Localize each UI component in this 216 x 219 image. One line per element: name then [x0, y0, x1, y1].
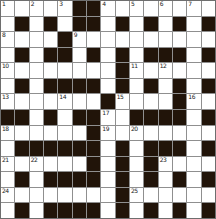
cell-r11c8[interactable] — [101, 157, 114, 172]
cell-r7c12[interactable] — [159, 94, 172, 109]
cell-r12c14[interactable] — [187, 172, 200, 187]
cell-r6c3[interactable] — [30, 79, 43, 94]
cell-r11c2[interactable] — [15, 157, 28, 172]
cell-r5c6[interactable] — [73, 63, 86, 78]
clue-number: 23 — [160, 157, 167, 163]
cell-r3c14[interactable] — [187, 32, 200, 47]
black-cell-r2c7 — [87, 17, 100, 32]
cell-r1c4[interactable] — [44, 1, 57, 16]
black-cell-r1c6 — [73, 1, 86, 16]
cell-r1c14[interactable]: 7 — [187, 1, 200, 16]
cell-r12c12[interactable] — [159, 172, 172, 187]
cell-r1c5[interactable]: 3 — [58, 1, 71, 16]
cell-r5c7[interactable] — [87, 63, 100, 78]
cell-r1c8[interactable]: 4 — [101, 1, 114, 16]
cell-r3c7[interactable] — [87, 32, 100, 47]
black-cell-r6c13 — [173, 79, 186, 94]
cell-r11c3[interactable]: 22 — [30, 157, 43, 172]
black-cell-r4c5 — [58, 48, 71, 63]
black-cell-r8c7 — [87, 110, 100, 125]
black-cell-r14c13 — [173, 203, 186, 218]
cell-r10c8[interactable] — [101, 141, 114, 156]
black-cell-r4c9 — [116, 48, 129, 63]
black-cell-r6c7 — [87, 79, 100, 94]
cell-r5c13[interactable] — [173, 63, 186, 78]
black-cell-r4c7 — [87, 48, 100, 63]
clue-number: 6 — [160, 1, 163, 7]
black-cell-r11c7 — [87, 157, 100, 172]
black-cell-r6c15 — [202, 79, 215, 94]
cell-r12c3[interactable] — [30, 172, 43, 187]
clue-number: 17 — [102, 110, 109, 116]
cell-r1c3[interactable]: 2 — [30, 1, 43, 16]
cell-r13c2[interactable] — [15, 188, 28, 203]
cell-r3c1[interactable]: 8 — [1, 32, 14, 47]
cell-r7c1[interactable]: 13 — [1, 94, 14, 109]
cell-r11c13[interactable] — [173, 157, 186, 172]
cell-r1c9[interactable] — [116, 1, 129, 16]
cell-r5c12[interactable]: 12 — [159, 63, 172, 78]
cell-r3c12[interactable] — [159, 32, 172, 47]
black-cell-r10c15 — [202, 141, 215, 156]
black-cell-r4c2 — [15, 48, 28, 63]
black-cell-r2c4 — [44, 17, 57, 32]
clue-number: 20 — [131, 126, 138, 132]
cell-r13c8[interactable] — [101, 188, 114, 203]
cell-r11c15[interactable] — [202, 157, 215, 172]
cell-r3c13[interactable] — [173, 32, 186, 47]
cell-r11c4[interactable] — [44, 157, 57, 172]
clue-number: 15 — [117, 94, 124, 100]
black-cell-r14c6 — [73, 203, 86, 218]
clue-number: 14 — [59, 94, 66, 100]
cell-r7c5[interactable]: 14 — [58, 94, 71, 109]
cell-r9c6[interactable] — [73, 126, 86, 141]
crossword-page: 1234567891011121314151617181920212223242… — [0, 0, 216, 219]
black-cell-r11c11 — [144, 157, 157, 172]
cell-r6c1[interactable] — [1, 79, 14, 94]
cell-r8c3[interactable] — [30, 110, 43, 125]
cell-r7c7[interactable] — [87, 94, 100, 109]
cell-r5c4[interactable] — [44, 63, 57, 78]
cell-r4c1[interactable] — [1, 48, 14, 63]
black-cell-r3c5 — [58, 32, 71, 47]
black-cell-r10c9 — [116, 141, 129, 156]
black-cell-r10c13 — [173, 141, 186, 156]
black-cell-r14c15 — [202, 203, 215, 218]
clue-number: 19 — [102, 126, 109, 132]
black-cell-r12c13 — [173, 172, 186, 187]
clue-number: 22 — [31, 157, 38, 163]
black-cell-r12c6 — [73, 172, 86, 187]
cell-r14c3[interactable] — [30, 203, 43, 218]
clue-number: 11 — [131, 63, 138, 69]
cell-r4c10[interactable] — [130, 48, 143, 63]
cell-r9c3[interactable] — [30, 126, 43, 141]
cell-r2c14[interactable] — [187, 17, 200, 32]
black-cell-r2c11 — [144, 17, 157, 32]
cell-r13c15[interactable] — [202, 188, 215, 203]
cell-r6c12[interactable] — [159, 79, 172, 94]
cell-r5c11[interactable] — [144, 63, 157, 78]
cell-r7c14[interactable]: 16 — [187, 94, 200, 109]
black-cell-r8c2 — [15, 110, 28, 125]
black-cell-r14c7 — [87, 203, 100, 218]
cell-r1c2[interactable] — [15, 1, 28, 16]
cell-r14c8[interactable] — [101, 203, 114, 218]
cell-r9c11[interactable] — [144, 126, 157, 141]
cell-r5c14[interactable] — [187, 63, 200, 78]
cell-r8c14[interactable] — [187, 110, 200, 125]
black-cell-r10c2 — [15, 141, 28, 156]
black-cell-r8c6 — [73, 110, 86, 125]
black-cell-r8c11 — [144, 110, 157, 125]
cell-r1c10[interactable]: 5 — [130, 1, 143, 16]
cell-r5c2[interactable] — [15, 63, 28, 78]
black-cell-r5c9 — [116, 63, 129, 78]
cell-r4c3[interactable] — [30, 48, 43, 63]
cell-r13c5[interactable] — [58, 188, 71, 203]
clue-number: 16 — [188, 94, 195, 100]
clue-number: 4 — [102, 1, 105, 7]
cell-r6c14[interactable] — [187, 79, 200, 94]
cell-r14c12[interactable] — [159, 203, 172, 218]
cell-r12c1[interactable] — [1, 172, 14, 187]
clue-number: 10 — [2, 63, 9, 69]
clue-number: 21 — [2, 157, 9, 163]
cell-r3c3[interactable] — [30, 32, 43, 47]
black-cell-r14c2 — [15, 203, 28, 218]
black-cell-r10c12 — [159, 141, 172, 156]
black-cell-r4c15 — [202, 48, 215, 63]
cell-r13c11[interactable] — [144, 188, 157, 203]
cell-r13c4[interactable] — [44, 188, 57, 203]
black-cell-r2c2 — [15, 17, 28, 32]
cell-r5c1[interactable]: 10 — [1, 63, 14, 78]
black-cell-r7c8 — [101, 94, 114, 109]
cell-r13c10[interactable]: 25 — [130, 188, 143, 203]
cell-r7c6[interactable] — [73, 94, 86, 109]
cell-r7c9[interactable]: 15 — [116, 94, 129, 109]
cell-r9c12[interactable] — [159, 126, 172, 141]
cell-r1c13[interactable] — [173, 1, 186, 16]
black-cell-r14c5 — [58, 203, 71, 218]
black-cell-r9c7 — [87, 126, 100, 141]
black-cell-r8c4 — [44, 110, 57, 125]
cell-r6c8[interactable] — [101, 79, 114, 94]
cell-r1c11[interactable] — [144, 1, 157, 16]
cell-r11c1[interactable]: 21 — [1, 157, 14, 172]
cell-r11c5[interactable] — [58, 157, 71, 172]
black-cell-r13c9 — [116, 188, 129, 203]
cell-r7c11[interactable] — [144, 94, 157, 109]
cell-r2c8[interactable] — [101, 17, 114, 32]
cell-r10c1[interactable] — [1, 141, 14, 156]
black-cell-r6c5 — [58, 79, 71, 94]
black-cell-r12c9 — [116, 172, 129, 187]
clue-number: 24 — [2, 188, 9, 194]
black-cell-r12c7 — [87, 172, 100, 187]
black-cell-r6c11 — [144, 79, 157, 94]
cell-r2c12[interactable] — [159, 17, 172, 32]
black-cell-r14c4 — [44, 203, 57, 218]
clue-number: 1 — [2, 1, 5, 7]
clue-number: 9 — [74, 32, 77, 38]
black-cell-r4c12 — [159, 48, 172, 63]
black-cell-r6c4 — [44, 79, 57, 94]
black-cell-r4c4 — [44, 48, 57, 63]
cell-r11c6[interactable] — [73, 157, 86, 172]
cell-r13c6[interactable] — [73, 188, 86, 203]
black-cell-r6c6 — [73, 79, 86, 94]
black-cell-r6c2 — [15, 79, 28, 94]
black-cell-r10c7 — [87, 141, 100, 156]
black-cell-r12c5 — [58, 172, 71, 187]
cell-r13c7[interactable] — [87, 188, 100, 203]
cell-r9c15[interactable] — [202, 126, 215, 141]
black-cell-r8c12 — [159, 110, 172, 125]
cell-r9c4[interactable] — [44, 126, 57, 141]
cell-r14c10[interactable] — [130, 203, 143, 218]
black-cell-r8c10 — [130, 110, 143, 125]
black-cell-r12c4 — [44, 172, 57, 187]
clue-number: 8 — [2, 32, 5, 38]
black-cell-r2c15 — [202, 17, 215, 32]
cell-r2c3[interactable] — [30, 17, 43, 32]
black-cell-r2c6 — [73, 17, 86, 32]
black-cell-r8c13 — [173, 110, 186, 125]
clue-number: 7 — [188, 1, 191, 7]
cell-r9c14[interactable] — [187, 126, 200, 141]
cell-r14c14[interactable] — [187, 203, 200, 218]
black-cell-r10c6 — [73, 141, 86, 156]
black-cell-r14c9 — [116, 203, 129, 218]
black-cell-r10c3 — [30, 141, 43, 156]
cell-r5c8[interactable] — [101, 63, 114, 78]
cell-r3c10[interactable] — [130, 32, 143, 47]
black-cell-r2c9 — [116, 17, 129, 32]
clue-number: 3 — [59, 1, 62, 7]
cell-r9c8[interactable]: 19 — [101, 126, 114, 141]
clue-number: 18 — [2, 126, 9, 132]
cell-r1c15[interactable] — [202, 1, 215, 16]
cell-r3c9[interactable] — [116, 32, 129, 47]
cell-r3c8[interactable] — [101, 32, 114, 47]
cell-r14c1[interactable] — [1, 203, 14, 218]
black-cell-r12c11 — [144, 172, 157, 187]
cell-r13c12[interactable] — [159, 188, 172, 203]
cell-r7c2[interactable] — [15, 94, 28, 109]
cell-r8c9[interactable] — [116, 110, 129, 125]
black-cell-r12c2 — [15, 172, 28, 187]
cell-r3c2[interactable] — [15, 32, 28, 47]
black-cell-r12c15 — [202, 172, 215, 187]
black-cell-r4c11 — [144, 48, 157, 63]
cell-r10c10[interactable] — [130, 141, 143, 156]
black-cell-r4c13 — [173, 48, 186, 63]
cell-r3c11[interactable] — [144, 32, 157, 47]
cell-r8c5[interactable] — [58, 110, 71, 125]
cell-r11c12[interactable]: 23 — [159, 157, 172, 172]
cell-r2c10[interactable] — [130, 17, 143, 32]
cell-r2c1[interactable] — [1, 17, 14, 32]
cell-r4c6[interactable] — [73, 48, 86, 63]
clue-number: 2 — [31, 1, 34, 7]
black-cell-r1c7 — [87, 1, 100, 16]
cell-r1c1[interactable]: 1 — [1, 1, 14, 16]
clue-number: 25 — [131, 188, 138, 194]
cell-r9c9[interactable] — [116, 126, 129, 141]
cell-r13c14[interactable] — [187, 188, 200, 203]
cell-r9c1[interactable]: 18 — [1, 126, 14, 141]
black-cell-r14c11 — [144, 203, 157, 218]
cell-r9c5[interactable] — [58, 126, 71, 141]
black-cell-r10c5 — [58, 141, 71, 156]
cell-r6c10[interactable] — [130, 79, 143, 94]
black-cell-r11c9 — [116, 157, 129, 172]
cell-r9c13[interactable] — [173, 126, 186, 141]
cell-r5c5[interactable] — [58, 63, 71, 78]
cell-r12c8[interactable] — [101, 172, 114, 187]
cell-r11c14[interactable] — [187, 157, 200, 172]
black-cell-r2c13 — [173, 17, 186, 32]
black-cell-r6c9 — [116, 79, 129, 94]
cell-r5c10[interactable]: 11 — [130, 63, 143, 78]
cell-r3c4[interactable] — [44, 32, 57, 47]
black-cell-r10c4 — [44, 141, 57, 156]
black-cell-r8c1 — [1, 110, 14, 125]
cell-r4c8[interactable] — [101, 48, 114, 63]
cell-r11c10[interactable] — [130, 157, 143, 172]
cell-r7c15[interactable] — [202, 94, 215, 109]
cell-r5c15[interactable] — [202, 63, 215, 78]
cell-r2c5[interactable] — [58, 17, 71, 32]
cell-r8c8[interactable]: 17 — [101, 110, 114, 125]
cell-r4c14[interactable] — [187, 48, 200, 63]
cell-r10c14[interactable] — [187, 141, 200, 156]
cell-r13c3[interactable] — [30, 188, 43, 203]
cell-r5c3[interactable] — [30, 63, 43, 78]
cell-r13c13[interactable] — [173, 188, 186, 203]
cell-r3c15[interactable] — [202, 32, 215, 47]
cell-r9c10[interactable]: 20 — [130, 126, 143, 141]
cell-r3c6[interactable]: 9 — [73, 32, 86, 47]
black-cell-r10c11 — [144, 141, 157, 156]
black-cell-r8c15 — [202, 110, 215, 125]
clue-number: 5 — [131, 1, 134, 7]
cell-r7c10[interactable] — [130, 94, 143, 109]
clue-number: 12 — [160, 63, 167, 69]
clue-number: 13 — [2, 94, 9, 100]
cell-r9c2[interactable] — [15, 126, 28, 141]
cell-r7c4[interactable] — [44, 94, 57, 109]
cell-r1c12[interactable]: 6 — [159, 1, 172, 16]
cell-r13c1[interactable]: 24 — [1, 188, 14, 203]
crossword-board: 1234567891011121314151617181920212223242… — [0, 0, 216, 219]
cell-r7c3[interactable] — [30, 94, 43, 109]
black-cell-r7c13 — [173, 94, 186, 109]
cell-r12c10[interactable] — [130, 172, 143, 187]
